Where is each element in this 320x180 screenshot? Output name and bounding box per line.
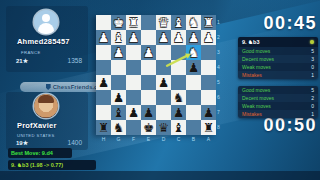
- square-h4[interactable]: [96, 60, 111, 75]
- square-d7[interactable]: [156, 105, 171, 120]
- piece-wB-c1: ♝: [171, 15, 186, 30]
- player-name: ProfXavier: [17, 121, 57, 130]
- square-h6[interactable]: [96, 90, 111, 105]
- rank-label-5: 5: [217, 75, 225, 90]
- piece-bP-b4: ♟: [186, 60, 201, 75]
- stat-label: Good moves: [242, 48, 270, 54]
- square-g8[interactable]: ♞: [111, 120, 126, 135]
- square-g1[interactable]: ♚: [111, 15, 126, 30]
- rank-label-2: 2: [217, 30, 225, 45]
- square-h1[interactable]: [96, 15, 111, 30]
- stat-label: Mistakes: [242, 111, 262, 117]
- square-c7[interactable]: ♟: [171, 105, 186, 120]
- square-f8[interactable]: [126, 120, 141, 135]
- best-move-bar: Best Move: 9.d4: [8, 148, 72, 158]
- clock-bottom-player: 00:50: [263, 115, 317, 136]
- square-g7[interactable]: ♝: [111, 105, 126, 120]
- square-d6[interactable]: [156, 90, 171, 105]
- rank-label-7: 7: [217, 105, 225, 120]
- piece-wP-e3: ♟: [141, 45, 156, 60]
- piece-wN-b1: ♞: [186, 15, 201, 30]
- square-b2[interactable]: ♟: [186, 30, 201, 45]
- stat-label: Mistakes: [242, 72, 262, 78]
- square-f4[interactable]: [126, 60, 141, 75]
- square-h7[interactable]: [96, 105, 111, 120]
- game-analysis-screen: Ahmed285457 FRANCE 21★ 1358 ProfXavier U…: [0, 0, 320, 180]
- stat-label: Decent moves: [242, 95, 274, 101]
- square-g3[interactable]: ♟: [111, 45, 126, 60]
- rank-label-4: 4: [217, 60, 225, 75]
- piece-wQ-d1: ♛: [156, 15, 171, 30]
- square-a4[interactable]: [201, 60, 216, 75]
- piece-bP-f7: ♟: [126, 105, 141, 120]
- square-h2[interactable]: ♟: [96, 30, 111, 45]
- user-icon: [42, 14, 50, 22]
- stat-row-good-moves: Good moves5: [238, 86, 318, 94]
- stat-row-mistakes: Mistakes1: [238, 110, 318, 118]
- stat-label: Weak moves: [242, 64, 271, 70]
- square-d3[interactable]: [156, 45, 171, 60]
- square-c5[interactable]: [171, 75, 186, 90]
- rank-label-6: 6: [217, 90, 225, 105]
- piece-bN-g8: ♞: [111, 120, 126, 135]
- square-b7[interactable]: [186, 105, 201, 120]
- piece-wP-f2: ♟: [126, 30, 141, 45]
- piece-wK-g1: ♚: [111, 15, 126, 30]
- square-d8[interactable]: ♛: [156, 120, 171, 135]
- player-country: FRANCE: [21, 50, 41, 55]
- piece-bQ-d8: ♛: [156, 120, 171, 135]
- square-e7[interactable]: ♟: [141, 105, 156, 120]
- square-b6[interactable]: [186, 90, 201, 105]
- square-f2[interactable]: ♟: [126, 30, 141, 45]
- square-h3[interactable]: [96, 45, 111, 60]
- move-quality-dot-icon: [310, 40, 314, 44]
- file-label-E: E: [141, 136, 156, 144]
- file-label-F: F: [126, 136, 141, 144]
- clock-top-player: 00:45: [263, 13, 317, 34]
- rank-label-1: 1: [217, 15, 225, 30]
- square-g4[interactable]: [111, 60, 126, 75]
- square-a8[interactable]: ♜: [201, 120, 216, 135]
- square-d5[interactable]: ♟: [156, 75, 171, 90]
- square-b1[interactable]: ♞: [186, 15, 201, 30]
- player-name: Ahmed285457: [17, 37, 70, 46]
- stat-label: Good moves: [242, 87, 270, 93]
- stat-value: 5: [311, 48, 314, 54]
- square-f7[interactable]: ♟: [126, 105, 141, 120]
- file-label-D: D: [156, 136, 171, 144]
- square-h5[interactable]: ♟: [96, 75, 111, 90]
- square-c4[interactable]: [171, 60, 186, 75]
- move-label: 9. ♞b3: [242, 37, 259, 47]
- stat-value: 3: [311, 56, 314, 62]
- shield-icon: [46, 84, 51, 90]
- background-bottom-band: [0, 171, 320, 180]
- square-e1[interactable]: [141, 15, 156, 30]
- piece-bR-h8: ♜: [96, 120, 111, 135]
- piece-bP-h5: ♟: [96, 75, 111, 90]
- square-a2[interactable]: ♟: [201, 30, 216, 45]
- square-f6[interactable]: [126, 90, 141, 105]
- piece-wP-d2: ♟: [156, 30, 171, 45]
- stat-value: 1: [311, 111, 314, 117]
- stat-row-weak-moves: Weak moves0: [238, 102, 318, 110]
- square-c8[interactable]: ♝: [171, 120, 186, 135]
- piece-wB-g2: ♝: [111, 30, 126, 45]
- square-d4[interactable]: [156, 60, 171, 75]
- player-card-bottom: ProfXavier UNITED STATES 19★ 1400: [6, 92, 88, 150]
- square-f3[interactable]: [126, 45, 141, 60]
- square-b8[interactable]: [186, 120, 201, 135]
- analysis-rows: Good moves5Decent moves2Weak moves0Mista…: [238, 86, 318, 118]
- piece-bR-a8: ♜: [201, 120, 216, 135]
- stat-row-mistakes: Mistakes1: [238, 71, 318, 79]
- player-rating: 1358: [68, 57, 82, 64]
- player-rating: 1400: [68, 139, 82, 146]
- square-f1[interactable]: ♜: [126, 15, 141, 30]
- piece-wR-f1: ♜: [126, 15, 141, 30]
- piece-wP-b2: ♟: [186, 30, 201, 45]
- square-c3[interactable]: [171, 45, 186, 60]
- square-a5[interactable]: [201, 75, 216, 90]
- stat-value: 0: [311, 103, 314, 109]
- played-move-eval-bar: 9. ♞b3 (1.98 -> 0.77): [8, 160, 96, 170]
- stat-value: 2: [311, 95, 314, 101]
- piece-bP-e7: ♟: [141, 105, 156, 120]
- piece-wP-c2: ♟: [171, 30, 186, 45]
- square-e4[interactable]: [141, 60, 156, 75]
- square-d1[interactable]: ♛: [156, 15, 171, 30]
- player-card-top: Ahmed285457 FRANCE 21★ 1358: [6, 6, 88, 72]
- rank-label-8: 8: [217, 120, 225, 135]
- file-label-B: B: [186, 136, 201, 144]
- stat-label: Weak moves: [242, 103, 271, 109]
- user-photo-icon: [38, 95, 54, 103]
- analysis-move-header: 9. ♞b3: [238, 37, 318, 47]
- piece-bN-c6: ♞: [171, 90, 186, 105]
- square-d2[interactable]: ♟: [156, 30, 171, 45]
- piece-wN-b3: ♞: [186, 45, 201, 60]
- stat-row-good-moves: Good moves5: [238, 47, 318, 55]
- player-stars-badge: 21★: [16, 57, 28, 64]
- square-a3[interactable]: [201, 45, 216, 60]
- piece-bB-c8: ♝: [171, 120, 186, 135]
- avatar[interactable]: [34, 10, 58, 34]
- user-icon: [38, 23, 54, 34]
- player-country: UNITED STATES: [17, 133, 55, 138]
- player-stars-badge: 19★: [16, 139, 28, 146]
- square-e8[interactable]: ♚: [141, 120, 156, 135]
- square-c2[interactable]: ♟: [171, 30, 186, 45]
- piece-bP-c7: ♟: [171, 105, 186, 120]
- file-label-G: G: [111, 136, 126, 144]
- square-h8[interactable]: ♜: [96, 120, 111, 135]
- square-e5[interactable]: [141, 75, 156, 90]
- square-e3[interactable]: ♟: [141, 45, 156, 60]
- stat-value: 5: [311, 87, 314, 93]
- square-b5[interactable]: [186, 75, 201, 90]
- chess-board[interactable]: ♚♜♛♝♞♜♟♝♟♟♟♟♟♟♟♞♟♟♟♟♞♝♟♟♟♟♜♞♚♛♝♜: [96, 15, 216, 135]
- square-b3[interactable]: ♞: [186, 45, 201, 60]
- analysis-panel-top: 9. ♞b3 Good moves5Decent moves3Weak move…: [238, 37, 318, 79]
- square-a1[interactable]: ♜: [201, 15, 216, 30]
- piece-bK-e8: ♚: [141, 120, 156, 135]
- square-f5[interactable]: [126, 75, 141, 90]
- piece-bP-d5: ♟: [156, 75, 171, 90]
- square-a6[interactable]: [201, 90, 216, 105]
- square-g5[interactable]: [111, 75, 126, 90]
- piece-wP-h2: ♟: [96, 30, 111, 45]
- piece-wR-a1: ♜: [201, 15, 216, 30]
- square-a7[interactable]: ♟: [201, 105, 216, 120]
- avatar[interactable]: [34, 94, 58, 118]
- file-label-H: H: [96, 136, 111, 144]
- file-label-C: C: [171, 136, 186, 144]
- stat-label: Decent moves: [242, 56, 274, 62]
- square-e6[interactable]: [141, 90, 156, 105]
- stat-row-decent-moves: Decent moves3: [238, 55, 318, 63]
- rank-label-3: 3: [217, 45, 225, 60]
- piece-bP-a7: ♟: [201, 105, 216, 120]
- stat-value: 0: [311, 64, 314, 70]
- analysis-panel-bottom: Good moves5Decent moves2Weak moves0Mista…: [238, 86, 318, 118]
- piece-wP-g3: ♟: [111, 45, 126, 60]
- stat-row-weak-moves: Weak moves0: [238, 63, 318, 71]
- stat-value: 1: [311, 72, 314, 78]
- square-c6[interactable]: ♞: [171, 90, 186, 105]
- stat-row-decent-moves: Decent moves2: [238, 94, 318, 102]
- square-e2[interactable]: [141, 30, 156, 45]
- square-c1[interactable]: ♝: [171, 15, 186, 30]
- piece-wP-a2: ♟: [201, 30, 216, 45]
- analysis-rows: Good moves5Decent moves3Weak moves0Mista…: [238, 47, 318, 79]
- square-g6[interactable]: ♟: [111, 90, 126, 105]
- file-label-A: A: [201, 136, 216, 144]
- piece-bB-g7: ♝: [111, 105, 126, 120]
- square-b4[interactable]: ♟: [186, 60, 201, 75]
- square-g2[interactable]: ♝: [111, 30, 126, 45]
- piece-bP-g6: ♟: [111, 90, 126, 105]
